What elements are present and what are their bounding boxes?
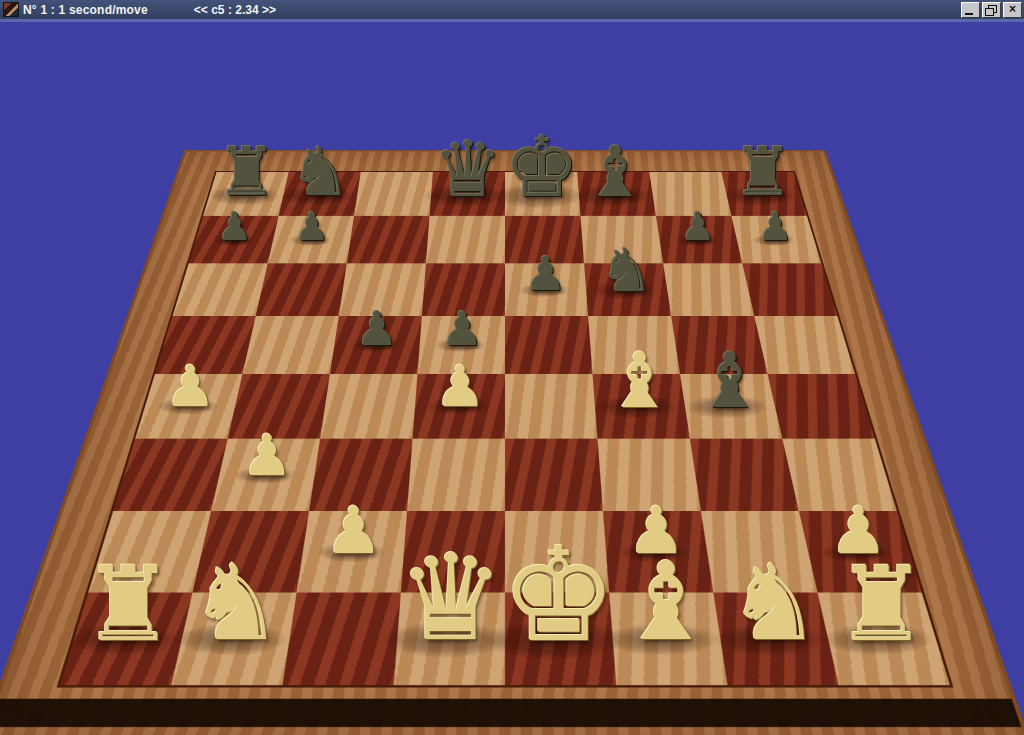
piece-white-king-e1[interactable]: ♚ (501, 530, 618, 660)
square-c8[interactable] (354, 172, 433, 215)
close-button[interactable]: × (1003, 2, 1022, 18)
square-a3[interactable] (113, 439, 228, 511)
piece-black-bishop-f8[interactable]: ♝ (584, 137, 647, 207)
square-g6[interactable] (663, 263, 754, 316)
piece-black-pawn-g7[interactable]: ♟ (681, 207, 716, 246)
piece-black-knight-b8[interactable]: ♞ (290, 138, 351, 206)
minimize-button[interactable] (961, 2, 980, 18)
piece-black-bishop-g4[interactable]: ♝ (696, 343, 764, 419)
square-h4[interactable] (768, 374, 875, 439)
app-icon (3, 2, 19, 17)
piece-white-pawn-d4[interactable]: ♟ (434, 358, 485, 415)
piece-black-pawn-e6[interactable]: ♟ (524, 250, 566, 297)
square-c7[interactable] (347, 216, 430, 264)
square-a6[interactable] (173, 263, 268, 316)
square-d3[interactable] (407, 439, 505, 511)
piece-white-rook-a1[interactable]: ♜ (82, 553, 174, 656)
piece-white-knight-b1[interactable]: ♞ (189, 551, 283, 656)
square-e3[interactable] (505, 439, 603, 511)
square-d7[interactable] (426, 216, 505, 264)
piece-black-knight-f6[interactable]: ♞ (600, 240, 654, 300)
square-h5[interactable] (754, 316, 855, 374)
window-title: N° 1 : 1 second/move (23, 3, 148, 17)
square-b5[interactable] (242, 316, 338, 374)
square-g3[interactable] (690, 439, 799, 511)
board-front-edge (0, 699, 1021, 727)
piece-black-rook-h8[interactable]: ♜ (733, 139, 793, 206)
title-bar[interactable]: N° 1 : 1 second/move << c5 : 2.34 >> × (0, 0, 1024, 19)
piece-black-pawn-h7[interactable]: ♟ (758, 207, 793, 246)
square-c1[interactable] (283, 593, 401, 686)
close-icon: × (1004, 2, 1021, 16)
square-c4[interactable] (320, 374, 417, 439)
piece-white-pawn-a4[interactable]: ♟ (165, 358, 216, 415)
square-e5[interactable] (505, 316, 593, 374)
piece-white-rook-h1[interactable]: ♜ (835, 553, 927, 656)
square-h6[interactable] (742, 263, 837, 316)
piece-white-pawn-b3[interactable]: ♟ (242, 427, 293, 484)
window-controls: × (959, 2, 1022, 18)
piece-white-bishop-f1[interactable]: ♝ (618, 548, 715, 656)
chess-app-window: N° 1 : 1 second/move << c5 : 2.34 >> × ♜… (0, 0, 1024, 735)
last-move-eval: << c5 : 2.34 >> (194, 3, 276, 17)
piece-white-pawn-c2[interactable]: ♟ (324, 498, 382, 563)
piece-black-pawn-b7[interactable]: ♟ (294, 207, 329, 246)
piece-white-queen-d1[interactable]: ♛ (398, 539, 505, 658)
piece-black-king-e8[interactable]: ♚ (504, 125, 579, 209)
piece-black-pawn-c5[interactable]: ♟ (356, 305, 398, 352)
piece-black-pawn-a7[interactable]: ♟ (217, 207, 252, 246)
piece-black-queen-d8[interactable]: ♛ (434, 131, 503, 208)
piece-white-bishop-f4[interactable]: ♝ (606, 343, 674, 419)
piece-black-rook-a8[interactable]: ♜ (217, 139, 277, 206)
piece-white-knight-g1[interactable]: ♞ (727, 551, 821, 656)
minimize-icon (965, 13, 973, 15)
titlebar-lower-edge (0, 19, 1024, 22)
piece-black-pawn-d5[interactable]: ♟ (441, 305, 483, 352)
square-e4[interactable] (505, 374, 597, 439)
square-b6[interactable] (256, 263, 347, 316)
restore-button[interactable] (982, 2, 1001, 18)
